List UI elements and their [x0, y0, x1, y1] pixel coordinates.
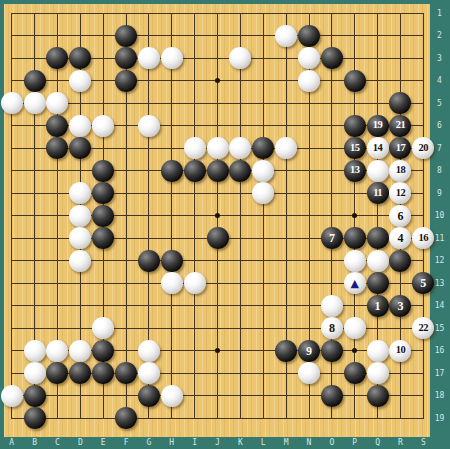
move-number: 1: [375, 300, 381, 312]
stone-E8[interactable]: [92, 160, 114, 182]
go-game-window: 1921151417201318111267416▲513822910 ABCD…: [0, 0, 450, 449]
stone-I13[interactable]: [184, 272, 206, 294]
stone-O18[interactable]: [321, 385, 343, 407]
move-number: 17: [396, 143, 406, 154]
stone-D12[interactable]: [69, 250, 91, 272]
stone-Q8[interactable]: [367, 160, 389, 182]
stone-K7[interactable]: [229, 137, 251, 159]
stone-D7[interactable]: [69, 137, 91, 159]
col-label-G: G: [142, 437, 156, 449]
stone-R14[interactable]: 3: [389, 295, 411, 317]
stone-A18[interactable]: [1, 385, 23, 407]
move-number: 16: [419, 233, 429, 244]
move-number: 5: [420, 277, 426, 289]
stone-D3[interactable]: [69, 47, 91, 69]
stone-J7[interactable]: [207, 137, 229, 159]
stone-R8[interactable]: 18: [389, 160, 411, 182]
stone-O16[interactable]: [321, 340, 343, 362]
stone-E9[interactable]: [92, 182, 114, 204]
stone-O3[interactable]: [321, 47, 343, 69]
stone-D16[interactable]: [69, 340, 91, 362]
stone-Q12[interactable]: [367, 250, 389, 272]
col-label-B: B: [28, 437, 42, 449]
stone-C5[interactable]: [46, 92, 68, 114]
row-label-6: 6: [431, 120, 448, 131]
grid-line: [11, 13, 12, 419]
move-number: 8: [329, 322, 335, 334]
triangle-marker: ▲: [351, 277, 359, 288]
stone-B16[interactable]: [24, 340, 46, 362]
col-label-J: J: [211, 437, 225, 449]
stone-O15[interactable]: 8: [321, 317, 343, 339]
stone-O11[interactable]: 7: [321, 227, 343, 249]
stone-B17[interactable]: [24, 362, 46, 384]
col-label-E: E: [96, 437, 110, 449]
star-point: [352, 213, 357, 218]
row-label-8: 8: [431, 165, 448, 176]
col-label-C: C: [50, 437, 64, 449]
move-number: 9: [306, 345, 312, 357]
stone-C16[interactable]: [46, 340, 68, 362]
stone-I7[interactable]: [184, 137, 206, 159]
stone-B5[interactable]: [24, 92, 46, 114]
stone-G6[interactable]: [138, 115, 160, 137]
col-label-K: K: [233, 437, 247, 449]
move-number: 6: [397, 210, 403, 222]
stone-L8[interactable]: [252, 160, 274, 182]
stone-E11[interactable]: [92, 227, 114, 249]
move-number: 15: [350, 143, 360, 154]
move-number: 18: [396, 165, 406, 176]
stone-D9[interactable]: [69, 182, 91, 204]
move-number: 14: [373, 143, 383, 154]
stone-R11[interactable]: 4: [389, 227, 411, 249]
grid-line: [240, 13, 241, 419]
stone-Q13[interactable]: [367, 272, 389, 294]
stone-E15[interactable]: [92, 317, 114, 339]
grid-line: [171, 13, 172, 419]
go-board[interactable]: 1921151417201318111267416▲513822910: [4, 4, 430, 437]
stone-O14[interactable]: [321, 295, 343, 317]
row-label-5: 5: [431, 98, 448, 109]
stone-D17[interactable]: [69, 362, 91, 384]
stone-R16[interactable]: 10: [389, 340, 411, 362]
grid-line: [12, 13, 425, 14]
move-number: 7: [329, 232, 335, 244]
stone-Q16[interactable]: [367, 340, 389, 362]
stone-P7[interactable]: 15: [344, 137, 366, 159]
stone-N2[interactable]: [298, 25, 320, 47]
stone-R12[interactable]: [389, 250, 411, 272]
grid-line: [423, 13, 424, 419]
stone-G3[interactable]: [138, 47, 160, 69]
col-label-D: D: [73, 437, 87, 449]
stone-E17[interactable]: [92, 362, 114, 384]
stone-R6[interactable]: 21: [389, 115, 411, 137]
stone-P8[interactable]: 13: [344, 160, 366, 182]
grid-line: [12, 395, 425, 396]
row-label-1: 1: [431, 8, 448, 19]
grid-line: [12, 418, 425, 419]
stone-F2[interactable]: [115, 25, 137, 47]
move-number: 12: [396, 188, 406, 199]
stone-F3[interactable]: [115, 47, 137, 69]
stone-J11[interactable]: [207, 227, 229, 249]
row-label-16: 16: [431, 345, 448, 356]
row-label-4: 4: [431, 75, 448, 86]
stone-Q17[interactable]: [367, 362, 389, 384]
move-number: 19: [373, 120, 383, 131]
stone-Q9[interactable]: 11: [367, 182, 389, 204]
grid-line: [12, 305, 425, 306]
stone-E16[interactable]: [92, 340, 114, 362]
stone-R9[interactable]: 12: [389, 182, 411, 204]
col-label-R: R: [393, 437, 407, 449]
stone-Q7[interactable]: 14: [367, 137, 389, 159]
stone-E10[interactable]: [92, 205, 114, 227]
stone-D4[interactable]: [69, 70, 91, 92]
star-point: [215, 78, 220, 83]
col-label-N: N: [302, 437, 316, 449]
stone-B19[interactable]: [24, 407, 46, 429]
stone-Q6[interactable]: 19: [367, 115, 389, 137]
stone-C17[interactable]: [46, 362, 68, 384]
stone-M2[interactable]: [275, 25, 297, 47]
row-label-2: 2: [431, 30, 448, 41]
grid-line: [12, 35, 425, 36]
stone-P13[interactable]: ▲: [344, 272, 366, 294]
grid-line: [12, 103, 425, 104]
stone-P15[interactable]: [344, 317, 366, 339]
stone-N16[interactable]: 9: [298, 340, 320, 362]
stone-C6[interactable]: [46, 115, 68, 137]
stone-N4[interactable]: [298, 70, 320, 92]
stone-R7[interactable]: 17: [389, 137, 411, 159]
stone-K8[interactable]: [229, 160, 251, 182]
stone-E6[interactable]: [92, 115, 114, 137]
stone-G16[interactable]: [138, 340, 160, 362]
stone-L7[interactable]: [252, 137, 274, 159]
stone-R5[interactable]: [389, 92, 411, 114]
move-number: 10: [396, 345, 406, 356]
col-label-H: H: [165, 437, 179, 449]
stone-P6[interactable]: [344, 115, 366, 137]
col-label-P: P: [348, 437, 362, 449]
move-number: 11: [373, 188, 382, 199]
move-number: 20: [419, 143, 429, 154]
row-label-14: 14: [431, 300, 448, 311]
stone-M7[interactable]: [275, 137, 297, 159]
row-label-17: 17: [431, 368, 448, 379]
stone-N3[interactable]: [298, 47, 320, 69]
move-number: 4: [397, 232, 403, 244]
stone-A5[interactable]: [1, 92, 23, 114]
grid-line: [263, 13, 264, 419]
stone-H18[interactable]: [161, 385, 183, 407]
stone-F19[interactable]: [115, 407, 137, 429]
stone-H13[interactable]: [161, 272, 183, 294]
stone-P4[interactable]: [344, 70, 366, 92]
col-label-S: S: [416, 437, 430, 449]
stone-L9[interactable]: [252, 182, 274, 204]
stone-D10[interactable]: [69, 205, 91, 227]
row-label-18: 18: [431, 390, 448, 401]
stone-H12[interactable]: [161, 250, 183, 272]
stone-G17[interactable]: [138, 362, 160, 384]
stone-G12[interactable]: [138, 250, 160, 272]
stone-D11[interactable]: [69, 227, 91, 249]
stone-P17[interactable]: [344, 362, 366, 384]
row-label-12: 12: [431, 255, 448, 266]
col-label-M: M: [279, 437, 293, 449]
move-number: 22: [419, 323, 429, 334]
star-point: [215, 348, 220, 353]
stone-G18[interactable]: [138, 385, 160, 407]
stone-M16[interactable]: [275, 340, 297, 362]
stone-P12[interactable]: [344, 250, 366, 272]
stone-D6[interactable]: [69, 115, 91, 137]
stone-B4[interactable]: [24, 70, 46, 92]
row-label-19: 19: [431, 413, 448, 424]
stone-F4[interactable]: [115, 70, 137, 92]
star-point: [215, 213, 220, 218]
stone-H8[interactable]: [161, 160, 183, 182]
stone-J8[interactable]: [207, 160, 229, 182]
row-label-10: 10: [431, 210, 448, 221]
stone-R10[interactable]: 6: [389, 205, 411, 227]
col-label-A: A: [5, 437, 19, 449]
stone-C7[interactable]: [46, 137, 68, 159]
col-label-O: O: [325, 437, 339, 449]
stone-Q11[interactable]: [367, 227, 389, 249]
row-label-9: 9: [431, 188, 448, 199]
stone-Q14[interactable]: 1: [367, 295, 389, 317]
row-label-3: 3: [431, 53, 448, 64]
col-label-Q: Q: [371, 437, 385, 449]
stone-N17[interactable]: [298, 362, 320, 384]
col-label-F: F: [119, 437, 133, 449]
stone-Q18[interactable]: [367, 385, 389, 407]
stone-I8[interactable]: [184, 160, 206, 182]
stone-P11[interactable]: [344, 227, 366, 249]
move-number: 13: [350, 165, 360, 176]
stone-K3[interactable]: [229, 47, 251, 69]
col-label-I: I: [188, 437, 202, 449]
stone-B18[interactable]: [24, 385, 46, 407]
stone-C3[interactable]: [46, 47, 68, 69]
move-number: 3: [397, 300, 403, 312]
grid-line: [194, 13, 195, 419]
move-number: 21: [396, 120, 406, 131]
star-point: [352, 348, 357, 353]
col-label-L: L: [256, 437, 270, 449]
stone-H3[interactable]: [161, 47, 183, 69]
stone-F17[interactable]: [115, 362, 137, 384]
